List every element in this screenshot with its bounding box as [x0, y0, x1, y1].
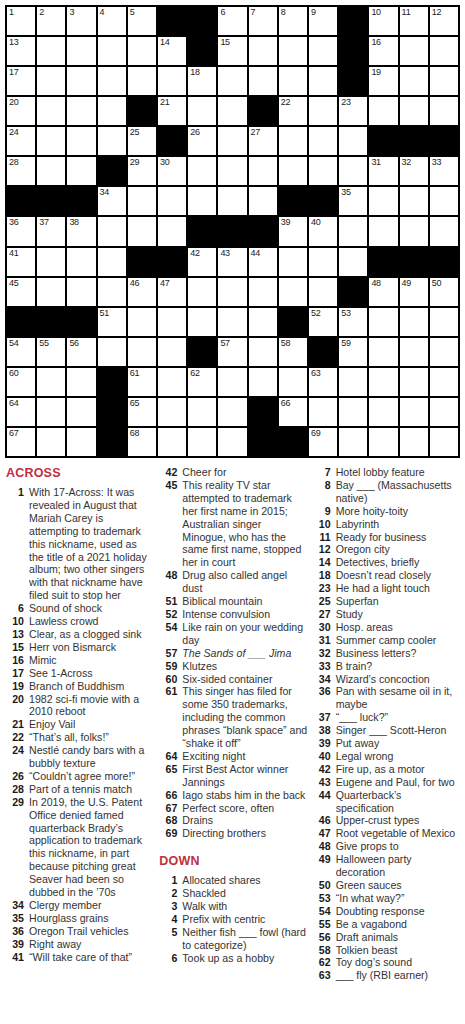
grid-cell[interactable]: 45	[7, 278, 35, 306]
grid-cell[interactable]	[218, 187, 246, 215]
grid-cell[interactable]	[279, 127, 307, 155]
grid-cell[interactable]: 58	[279, 338, 307, 366]
grid-cell[interactable]	[309, 127, 337, 155]
grid-cell[interactable]: 11	[400, 7, 428, 35]
grid-cell[interactable]: 38	[67, 217, 95, 245]
clue-text: Summer camp cooler	[336, 634, 461, 647]
grid-cell[interactable]: 25	[128, 127, 156, 155]
grid-cell[interactable]	[430, 187, 458, 215]
grid-cell[interactable]	[37, 278, 65, 306]
cell-number: 16	[371, 38, 380, 47]
grid-cell[interactable]	[188, 308, 216, 336]
grid-cell[interactable]	[249, 368, 277, 396]
grid-cell[interactable]	[249, 67, 277, 95]
grid-cell[interactable]: 34	[98, 187, 126, 215]
grid-cell-black	[400, 127, 428, 155]
grid-cell[interactable]: 9	[309, 7, 337, 35]
grid-cell-black	[400, 248, 428, 276]
clue-text: Hourglass grains	[29, 912, 154, 925]
clue-text: Quarterback’s specification	[336, 789, 461, 815]
grid-cell[interactable]	[188, 428, 216, 456]
grid-cell[interactable]	[279, 278, 307, 306]
grid-cell[interactable]	[279, 368, 307, 396]
grid-cell[interactable]	[218, 97, 246, 125]
cell-number: 24	[9, 128, 18, 137]
grid-cell[interactable]: 55	[37, 338, 65, 366]
grid-cell[interactable]: 35	[339, 187, 367, 215]
grid-cell[interactable]	[67, 368, 95, 396]
clue-text: Hotel lobby feature	[336, 466, 461, 479]
grid-cell[interactable]	[67, 97, 95, 125]
grid-cell[interactable]	[430, 37, 458, 65]
grid-cell[interactable]	[339, 157, 367, 185]
grid-cell[interactable]	[37, 248, 65, 276]
grid-cell[interactable]	[249, 187, 277, 215]
grid-cell[interactable]	[188, 157, 216, 185]
grid-cell[interactable]	[218, 428, 246, 456]
clue-text: 1982 sci-fi movie with a 2010 reboot	[29, 693, 154, 719]
grid-cell[interactable]	[128, 308, 156, 336]
clue-text: Branch of Buddhism	[29, 680, 154, 693]
grid-cell[interactable]: 53	[339, 308, 367, 336]
grid-cell[interactable]	[400, 308, 428, 336]
grid-cell[interactable]	[279, 157, 307, 185]
grid-cell[interactable]	[339, 248, 367, 276]
grid-cell[interactable]	[98, 37, 126, 65]
grid-cell[interactable]	[430, 398, 458, 426]
grid-cell[interactable]: 50	[430, 278, 458, 306]
clue-across-10: 10Lawless crowd	[5, 615, 154, 628]
clue-down-31: 31Summer camp cooler	[312, 634, 461, 647]
grid-cell[interactable]: 3	[67, 7, 95, 35]
grid-cell[interactable]	[188, 278, 216, 306]
grid-cell[interactable]: 41	[7, 248, 35, 276]
grid-cell[interactable]: 18	[188, 67, 216, 95]
grid-cell[interactable]	[158, 187, 186, 215]
grid-cell[interactable]: 51	[98, 308, 126, 336]
clue-number: 9	[312, 505, 336, 518]
clue-number: 46	[312, 814, 336, 827]
clue-number: 63	[312, 969, 336, 982]
cell-number: 25	[130, 128, 139, 137]
cell-number: 42	[190, 249, 199, 258]
grid-cell[interactable]: 46	[128, 278, 156, 306]
grid-cell[interactable]	[339, 127, 367, 155]
grid-cell[interactable]	[98, 278, 126, 306]
grid-cell[interactable]: 44	[249, 248, 277, 276]
grid-cell[interactable]: 7	[249, 7, 277, 35]
grid-cell[interactable]	[430, 67, 458, 95]
clue-text: Labyrinth	[336, 518, 461, 531]
grid-cell[interactable]	[98, 127, 126, 155]
grid-cell[interactable]: 15	[218, 37, 246, 65]
clue-down-46: 46Upper-crust types	[312, 814, 461, 827]
grid-cell[interactable]	[218, 127, 246, 155]
clue-number: 19	[5, 680, 29, 693]
grid-cell[interactable]	[37, 398, 65, 426]
clue-down-34: 34Wizard’s concoction	[312, 673, 461, 686]
grid-cell[interactable]: 30	[158, 157, 186, 185]
cell-number: 3	[69, 8, 74, 17]
grid-cell[interactable]	[279, 67, 307, 95]
clue-text: Nestlé candy bars with a bubbly texture	[29, 744, 154, 770]
grid-cell[interactable]	[37, 67, 65, 95]
clue-text: Klutzes	[182, 660, 307, 673]
grid-cell[interactable]	[309, 157, 337, 185]
grid-cell[interactable]: 27	[249, 127, 277, 155]
grid-cell[interactable]: 32	[400, 157, 428, 185]
cell-number: 18	[190, 68, 199, 77]
clue-number: 3	[158, 900, 182, 913]
grid-cell-black	[128, 97, 156, 125]
grid-cell[interactable]	[158, 308, 186, 336]
grid-cell[interactable]	[218, 67, 246, 95]
clue-number: 23	[312, 582, 336, 595]
grid-cell[interactable]	[67, 67, 95, 95]
grid-cell[interactable]	[369, 97, 397, 125]
grid-cell[interactable]: 23	[339, 97, 367, 125]
clue-number: 6	[5, 602, 29, 615]
grid-cell[interactable]	[369, 338, 397, 366]
clue-across-28: 28Part of a tennis match	[5, 783, 154, 796]
grid-cell[interactable]: 64	[7, 398, 35, 426]
clue-down-40: 40Legal wrong	[312, 750, 461, 763]
clue-text: Perfect score, often	[182, 802, 307, 815]
grid-cell[interactable]: 62	[188, 368, 216, 396]
grid-cell[interactable]: 52	[309, 308, 337, 336]
clue-number: 65	[158, 763, 182, 776]
clue-down-47: 47Root vegetable of Mexico	[312, 827, 461, 840]
clue-text: “In what way?”	[336, 892, 461, 905]
grid-cell[interactable]: 60	[7, 368, 35, 396]
clue-across-69: 69Directing brothers	[158, 827, 307, 840]
grid-cell[interactable]: 31	[369, 157, 397, 185]
grid-cell[interactable]	[67, 37, 95, 65]
grid-cell[interactable]: 65	[128, 398, 156, 426]
grid-cell[interactable]	[430, 428, 458, 456]
clue-number: 53	[312, 892, 336, 905]
clue-number: 12	[312, 543, 336, 556]
grid-cell[interactable]	[188, 97, 216, 125]
clue-text: Wizard’s concoction	[336, 673, 461, 686]
grid-cell-black	[7, 187, 35, 215]
clue-number: 1	[5, 486, 29, 499]
grid-cell[interactable]	[400, 398, 428, 426]
clue-across-67: 67Perfect score, often	[158, 802, 307, 815]
grid-cell[interactable]	[369, 217, 397, 245]
grid-cell[interactable]	[128, 338, 156, 366]
grid-cell[interactable]: 37	[37, 217, 65, 245]
grid-cell[interactable]	[98, 248, 126, 276]
grid-cell[interactable]: 54	[7, 338, 35, 366]
grid-cell[interactable]: 26	[188, 127, 216, 155]
clue-text: Ready for business	[336, 531, 461, 544]
grid-cell[interactable]	[158, 428, 186, 456]
grid-cell[interactable]	[400, 67, 428, 95]
clue-number: 44	[312, 789, 336, 802]
grid-cell[interactable]	[400, 338, 428, 366]
grid-cell[interactable]	[430, 217, 458, 245]
grid-cell[interactable]	[339, 428, 367, 456]
clue-down-27: 27Study	[312, 608, 461, 621]
grid-cell[interactable]	[67, 248, 95, 276]
grid-cell[interactable]: 66	[279, 398, 307, 426]
grid-cell[interactable]	[188, 398, 216, 426]
clue-number: 48	[312, 840, 336, 853]
grid-cell[interactable]	[67, 278, 95, 306]
grid-cell[interactable]	[249, 278, 277, 306]
grid-cell[interactable]	[128, 187, 156, 215]
grid-cell[interactable]	[339, 368, 367, 396]
clue-text: “___ luck?”	[336, 711, 461, 724]
grid-cell[interactable]	[309, 67, 337, 95]
cell-number: 28	[9, 158, 18, 167]
grid-cell[interactable]	[98, 67, 126, 95]
grid-cell[interactable]	[400, 368, 428, 396]
clue-number: 18	[312, 569, 336, 582]
clue-text: Enjoy Vail	[29, 718, 154, 731]
grid-cell[interactable]: 40	[309, 217, 337, 245]
grid-cell[interactable]	[128, 67, 156, 95]
grid-cell[interactable]	[37, 37, 65, 65]
clue-down-1: 1Allocated shares	[158, 874, 307, 887]
grid-cell[interactable]	[309, 248, 337, 276]
grid-cell[interactable]: 14	[158, 37, 186, 65]
grid-cell[interactable]	[400, 217, 428, 245]
clue-across-48: 48Drug also called angel dust	[158, 569, 307, 595]
grid-cell[interactable]	[218, 308, 246, 336]
grid-cell[interactable]	[249, 157, 277, 185]
grid-cell[interactable]	[98, 217, 126, 245]
clue-down-58: 58Tolkien beast	[312, 944, 461, 957]
grid-cell[interactable]	[37, 157, 65, 185]
grid-cell[interactable]: 59	[339, 338, 367, 366]
across-section: ACROSS1With 17-Across: It was revealed i…	[5, 466, 154, 964]
grid-cell[interactable]	[369, 187, 397, 215]
grid-cell-black	[249, 428, 277, 456]
clue-number: 29	[5, 796, 29, 809]
grid-cell[interactable]: 61	[128, 368, 156, 396]
clue-down-3: 3Walk with	[158, 900, 307, 913]
grid-cell[interactable]: 67	[7, 428, 35, 456]
cell-number: 1	[9, 8, 14, 17]
grid-cell[interactable]: 43	[218, 248, 246, 276]
grid-cell[interactable]	[339, 217, 367, 245]
grid-cell[interactable]: 48	[369, 278, 397, 306]
grid-cell[interactable]	[98, 97, 126, 125]
grid-cell[interactable]: 33	[430, 157, 458, 185]
clue-text: Oregon city	[336, 543, 461, 556]
clue-down-55: 55Be a vagabond	[312, 918, 461, 931]
clue-down-43: 43Eugene and Paul, for two	[312, 776, 461, 789]
clue-number: 28	[5, 783, 29, 796]
grid-cell[interactable]	[67, 428, 95, 456]
grid-cell[interactable]: 6	[218, 7, 246, 35]
grid-cell[interactable]	[279, 248, 307, 276]
clue-down-36: 36Pan with sesame oil in it, maybe	[312, 685, 461, 711]
grid-cell[interactable]	[369, 308, 397, 336]
grid-cell[interactable]: 12	[430, 7, 458, 35]
grid-cell-black	[7, 308, 35, 336]
clue-number: 56	[312, 931, 336, 944]
grid-cell[interactable]	[98, 338, 126, 366]
grid-cell[interactable]: 17	[7, 67, 35, 95]
clue-across-24: 24Nestlé candy bars with a bubbly textur…	[5, 744, 154, 770]
grid-cell[interactable]: 19	[369, 67, 397, 95]
grid-cell-black	[279, 308, 307, 336]
clue-text: Fire up, as a motor	[336, 763, 461, 776]
clue-text: Directing brothers	[182, 827, 307, 840]
grid-cell[interactable]: 39	[279, 217, 307, 245]
clue-down-50: 50Green sauces	[312, 879, 461, 892]
clue-number: 37	[312, 711, 336, 724]
clue-number: 50	[312, 879, 336, 892]
grid-cell[interactable]: 5	[128, 7, 156, 35]
clue-number: 34	[312, 673, 336, 686]
clue-text: Shackled	[182, 887, 307, 900]
cell-number: 29	[130, 158, 139, 167]
grid-cell[interactable]	[249, 338, 277, 366]
grid-cell[interactable]: 22	[279, 97, 307, 125]
grid-cell[interactable]	[400, 187, 428, 215]
cell-number: 26	[190, 128, 199, 137]
grid-cell[interactable]	[400, 37, 428, 65]
grid-cell[interactable]	[249, 308, 277, 336]
grid-cell[interactable]: 20	[7, 97, 35, 125]
cell-number: 51	[100, 309, 109, 318]
grid-cell[interactable]: 68	[128, 428, 156, 456]
clue-area: ACROSS1With 17-Across: It was revealed i…	[5, 466, 461, 982]
grid-cell[interactable]: 42	[188, 248, 216, 276]
grid-cell[interactable]: 56	[67, 338, 95, 366]
grid-cell[interactable]: 29	[128, 157, 156, 185]
grid-cell-black	[188, 338, 216, 366]
grid-cell[interactable]: 69	[309, 428, 337, 456]
cell-number: 8	[281, 8, 286, 17]
grid-cell[interactable]	[309, 37, 337, 65]
grid-cell-black	[249, 97, 277, 125]
grid-cell[interactable]	[218, 368, 246, 396]
clue-text: “That’s all, folks!”	[29, 731, 154, 744]
grid-cell[interactable]	[218, 398, 246, 426]
grid-cell-black	[279, 428, 307, 456]
clue-text: Doubting response	[336, 905, 461, 918]
grid-cell[interactable]: 1	[7, 7, 35, 35]
clue-down-7: 7Hotel lobby feature	[312, 466, 461, 479]
clue-across-16: 16Mimic	[5, 654, 154, 667]
grid-cell[interactable]: 8	[279, 7, 307, 35]
clue-down-30: 30Hosp. areas	[312, 621, 461, 634]
cell-number: 37	[39, 218, 48, 227]
cell-number: 69	[311, 429, 320, 438]
grid-cell-black	[249, 217, 277, 245]
grid-cell[interactable]	[158, 398, 186, 426]
clue-down-11: 11Ready for business	[312, 531, 461, 544]
grid-cell[interactable]: 2	[37, 7, 65, 35]
grid-cell[interactable]: 28	[7, 157, 35, 185]
clue-across-1: 1With 17-Across: It was revealed in Augu…	[5, 486, 154, 602]
grid-cell[interactable]	[309, 278, 337, 306]
grid-cell[interactable]	[37, 368, 65, 396]
grid-cell[interactable]	[67, 127, 95, 155]
grid-cell[interactable]	[37, 127, 65, 155]
cell-number: 33	[432, 158, 441, 167]
grid-cell[interactable]	[37, 428, 65, 456]
grid-cell[interactable]	[67, 157, 95, 185]
cell-number: 36	[9, 218, 18, 227]
clue-text: Draft animals	[336, 931, 461, 944]
down-section: 7Hotel lobby feature8Bay ___ (Massachuse…	[312, 466, 461, 982]
grid-cell[interactable]	[218, 157, 246, 185]
clue-text: Bay ___ (Massachusetts native)	[336, 479, 461, 505]
grid-cell[interactable]	[430, 308, 458, 336]
cell-number: 21	[160, 98, 169, 107]
grid-cell[interactable]: 24	[7, 127, 35, 155]
grid-cell[interactable]	[339, 398, 367, 426]
grid-cell[interactable]	[369, 368, 397, 396]
grid-cell[interactable]	[430, 338, 458, 366]
grid-cell[interactable]	[369, 428, 397, 456]
grid-cell[interactable]	[128, 217, 156, 245]
grid-cell[interactable]	[188, 187, 216, 215]
grid-cell[interactable]	[158, 67, 186, 95]
grid-cell[interactable]	[369, 398, 397, 426]
clue-across-59: 59Klutzes	[158, 660, 307, 673]
cell-number: 41	[9, 249, 18, 258]
clue-down-2: 2Shackled	[158, 887, 307, 900]
grid-cell[interactable]	[309, 97, 337, 125]
grid-cell[interactable]	[128, 37, 156, 65]
grid-cell[interactable]: 4	[98, 7, 126, 35]
grid-cell[interactable]	[430, 97, 458, 125]
cell-number: 60	[9, 369, 18, 378]
grid-cell[interactable]	[309, 398, 337, 426]
grid-cell[interactable]	[400, 97, 428, 125]
clue-text: In 2019, the U.S. Patent Office denied f…	[29, 796, 154, 899]
grid-cell[interactable]	[218, 278, 246, 306]
grid-cell[interactable]: 47	[158, 278, 186, 306]
grid-cell[interactable]	[249, 37, 277, 65]
grid-cell[interactable]	[158, 368, 186, 396]
cell-number: 55	[39, 339, 48, 348]
grid-cell[interactable]: 49	[400, 278, 428, 306]
grid-cell[interactable]: 63	[309, 368, 337, 396]
grid-cell[interactable]	[430, 368, 458, 396]
grid-cell[interactable]: 36	[7, 217, 35, 245]
grid-cell[interactable]	[158, 338, 186, 366]
grid-cell[interactable]: 13	[7, 37, 35, 65]
grid-cell[interactable]: 16	[369, 37, 397, 65]
grid-cell[interactable]: 21	[158, 97, 186, 125]
grid-cell-black	[67, 308, 95, 336]
grid-cell[interactable]: 57	[218, 338, 246, 366]
clue-number: 20	[5, 693, 29, 706]
grid-cell[interactable]	[400, 428, 428, 456]
clue-number: 61	[158, 685, 182, 698]
clue-text: Clear, as a clogged sink	[29, 628, 154, 641]
grid-cell[interactable]	[37, 97, 65, 125]
cell-number: 19	[371, 68, 380, 77]
grid-cell[interactable]	[279, 37, 307, 65]
clue-text: Superfan	[336, 595, 461, 608]
across-header: ACROSS	[6, 466, 154, 481]
clue-text: He had a light touch	[336, 582, 461, 595]
grid-cell[interactable]	[67, 398, 95, 426]
clue-across-42: 42Cheer for	[158, 466, 307, 479]
grid-cell[interactable]: 10	[369, 7, 397, 35]
clue-across-52: 52Intense convulsion	[158, 608, 307, 621]
grid-cell[interactable]	[158, 217, 186, 245]
